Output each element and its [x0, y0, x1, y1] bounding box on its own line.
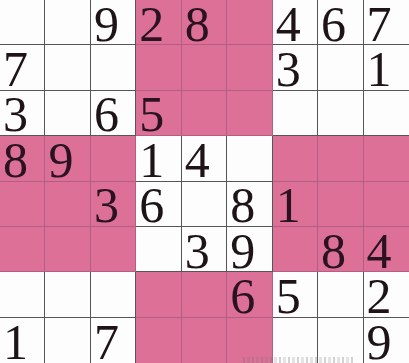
- cell-r2c6[interactable]: [227, 45, 272, 90]
- cell-r7c8[interactable]: [318, 272, 363, 317]
- cell-r5c3[interactable]: 3: [91, 182, 136, 227]
- cell-r3c8[interactable]: [318, 91, 363, 136]
- cell-r1c8[interactable]: 6: [318, 0, 363, 45]
- cell-r6c8[interactable]: 8: [318, 227, 363, 272]
- cell-r4c3[interactable]: [91, 136, 136, 181]
- cell-r8c3[interactable]: 7: [91, 318, 136, 363]
- cell-r7c6[interactable]: 6: [227, 272, 272, 317]
- cell-r5c9[interactable]: [364, 182, 409, 227]
- cell-r5c8[interactable]: [318, 182, 363, 227]
- cell-r7c5[interactable]: [182, 272, 227, 317]
- cell-r6c9[interactable]: 4: [364, 227, 409, 272]
- cell-r8c9[interactable]: 9: [364, 318, 409, 363]
- cell-r7c2[interactable]: [45, 272, 90, 317]
- cell-r5c6[interactable]: 8: [227, 182, 272, 227]
- cell-r1c5[interactable]: 8: [182, 0, 227, 45]
- cell-r7c4[interactable]: [136, 272, 181, 317]
- cell-r6c1[interactable]: [0, 227, 45, 272]
- cell-r2c5[interactable]: [182, 45, 227, 90]
- cell-r3c1[interactable]: 3: [0, 91, 45, 136]
- cell-r4c5[interactable]: 4: [182, 136, 227, 181]
- cell-r3c4[interactable]: 5: [136, 91, 181, 136]
- cell-r8c6[interactable]: [227, 318, 272, 363]
- cell-r8c1[interactable]: 1: [0, 318, 45, 363]
- cell-r2c3[interactable]: [91, 45, 136, 90]
- cell-r8c7[interactable]: [273, 318, 318, 363]
- cell-r7c1[interactable]: [0, 272, 45, 317]
- cell-r5c7[interactable]: 1: [273, 182, 318, 227]
- cell-r5c2[interactable]: [45, 182, 90, 227]
- cell-r4c4[interactable]: 1: [136, 136, 181, 181]
- cell-r3c2[interactable]: [45, 91, 90, 136]
- cell-r3c3[interactable]: 6: [91, 91, 136, 136]
- cell-r4c6[interactable]: [227, 136, 272, 181]
- cell-r6c4[interactable]: [136, 227, 181, 272]
- cell-r1c6[interactable]: [227, 0, 272, 45]
- cell-r3c5[interactable]: [182, 91, 227, 136]
- cell-r1c7[interactable]: 4: [273, 0, 318, 45]
- cell-r3c7[interactable]: [273, 91, 318, 136]
- cell-r7c9[interactable]: 2: [364, 272, 409, 317]
- cell-r8c4[interactable]: [136, 318, 181, 363]
- cell-r1c3[interactable]: 9: [91, 0, 136, 45]
- cell-r4c2[interactable]: 9: [45, 136, 90, 181]
- cell-r2c2[interactable]: [45, 45, 90, 90]
- cell-r2c4[interactable]: [136, 45, 181, 90]
- cell-r5c5[interactable]: [182, 182, 227, 227]
- cell-r4c1[interactable]: 8: [0, 136, 45, 181]
- cell-r4c7[interactable]: [273, 136, 318, 181]
- cell-r6c6[interactable]: 9: [227, 227, 272, 272]
- sudoku-screenshot: 928467731365891436813984652179: [0, 0, 409, 363]
- cell-r2c7[interactable]: 3: [273, 45, 318, 90]
- cell-r2c1[interactable]: 7: [0, 45, 45, 90]
- cell-r6c2[interactable]: [45, 227, 90, 272]
- cell-r1c9[interactable]: 7: [364, 0, 409, 45]
- cell-r1c1[interactable]: [0, 0, 45, 45]
- cell-r7c3[interactable]: [91, 272, 136, 317]
- cell-r4c9[interactable]: [364, 136, 409, 181]
- cell-r4c8[interactable]: [318, 136, 363, 181]
- cell-r8c8[interactable]: [318, 318, 363, 363]
- cell-r8c5[interactable]: [182, 318, 227, 363]
- cell-r2c9[interactable]: 1: [364, 45, 409, 90]
- cell-r2c8[interactable]: [318, 45, 363, 90]
- cell-r6c3[interactable]: [91, 227, 136, 272]
- cell-r3c6[interactable]: [227, 91, 272, 136]
- cell-r6c7[interactable]: [273, 227, 318, 272]
- cell-r5c4[interactable]: 6: [136, 182, 181, 227]
- cell-r7c7[interactable]: 5: [273, 272, 318, 317]
- cell-r6c5[interactable]: 3: [182, 227, 227, 272]
- cell-r5c1[interactable]: [0, 182, 45, 227]
- sudoku-board: 928467731365891436813984652179: [0, 0, 409, 363]
- cell-r1c4[interactable]: 2: [136, 0, 181, 45]
- cell-r3c9[interactable]: [364, 91, 409, 136]
- cell-r8c2[interactable]: [45, 318, 90, 363]
- cell-r1c2[interactable]: [45, 0, 90, 45]
